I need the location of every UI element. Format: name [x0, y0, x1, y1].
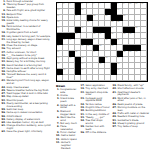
- cell-number: 61: [81, 69, 83, 71]
- cell-number: 49: [129, 51, 131, 53]
- down-clues-column-1: Down 1.Congressional aide2.Aroma3.Grand-…: [56, 85, 77, 150]
- down-clues-column-2: 17.Salon application19.Tiny army marcher…: [80, 85, 110, 136]
- cell-number: 5: [87, 3, 88, 5]
- cell-number: 27: [111, 27, 113, 29]
- cell-number: 7: [99, 3, 100, 5]
- cell-number: 44: [111, 45, 113, 47]
- cell-number: 15: [117, 9, 119, 11]
- cell-number: 33: [123, 33, 125, 35]
- down-clues-column-3: 39.Dress fancily, with "up"40.Short afte…: [112, 85, 149, 129]
- cell-number: 62: [117, 69, 119, 71]
- cell-number: 25: [57, 27, 59, 29]
- cell-number: 60: [63, 69, 65, 71]
- cell-number: 22: [87, 21, 89, 23]
- cell-number: 37: [93, 39, 95, 41]
- across-clues-column: 1.Runs through a blender4."Dancing Queen…: [1, 1, 53, 135]
- cell-number: 45: [57, 51, 59, 53]
- crossword-grid: 1234567891011121314151617181920212223242…: [56, 2, 148, 82]
- cell-number: 32: [111, 33, 113, 35]
- cell-number: 42: [87, 45, 89, 47]
- cell-number: 6: [93, 3, 94, 5]
- cell-number: 39: [117, 39, 119, 41]
- grid-cell[interactable]: [141, 75, 147, 81]
- cell-number: 29: [75, 33, 77, 35]
- cell-number: 54: [105, 57, 107, 59]
- cell-number: 43: [99, 45, 101, 47]
- cell-number: 12: [141, 3, 143, 5]
- cell-number: 20: [123, 15, 125, 17]
- cell-number: 16: [57, 15, 59, 17]
- cell-number: 35: [63, 39, 65, 41]
- cell-number: 2: [63, 3, 64, 5]
- cell-number: 56: [57, 63, 59, 65]
- cell-number: 10: [129, 3, 131, 5]
- cell-number: 26: [81, 27, 83, 29]
- cell-number: 38: [105, 39, 107, 41]
- cell-number: 23: [111, 21, 113, 23]
- cell-number: 1: [57, 3, 58, 5]
- cell-number: 59: [117, 63, 119, 65]
- clue: 57.Tiny taste of soup: [112, 126, 149, 129]
- cell-number: 21: [57, 21, 59, 23]
- cell-number: 55: [117, 57, 119, 59]
- cell-number: 53: [81, 57, 83, 59]
- clue-text: Tiny taste of soup: [117, 126, 149, 129]
- cell-number: 3: [69, 3, 70, 5]
- cell-number: 19: [105, 15, 107, 17]
- cell-number: 9: [123, 3, 124, 5]
- clue-text: Gave the green light, informally: [6, 131, 53, 134]
- cell-number: 36: [69, 39, 71, 41]
- clue-text: Homer's neighbor Flanders: [61, 142, 77, 150]
- cell-number: 34: [129, 33, 131, 35]
- cell-number: 14: [81, 9, 83, 11]
- cell-number: 58: [99, 63, 101, 65]
- cell-number: 47: [93, 51, 95, 53]
- cell-number: 4: [81, 3, 82, 5]
- cell-number: 50: [135, 51, 137, 53]
- cell-number: 57: [81, 63, 83, 65]
- cell-number: 11: [135, 3, 137, 5]
- cell-number: 30: [93, 33, 95, 35]
- clue-text: Off in the distance: [85, 132, 110, 135]
- cell-number: 52: [69, 57, 71, 59]
- cell-number: 40: [57, 45, 59, 47]
- cell-number: 31: [99, 33, 101, 35]
- cell-number: 63: [57, 75, 59, 77]
- cell-number: 24: [117, 21, 119, 23]
- cell-number: 13: [57, 9, 59, 11]
- cell-number: 8: [117, 3, 118, 5]
- clue: 62.Gave the green light, informally: [1, 131, 53, 134]
- cell-number: 18: [93, 15, 95, 17]
- cell-number: 41: [81, 45, 83, 47]
- cell-number: 17: [75, 15, 77, 17]
- clue: 12.Homer's neighbor Flanders: [56, 142, 77, 150]
- cell-number: 48: [123, 51, 125, 53]
- cell-number: 28: [135, 27, 137, 29]
- clue: 36.Off in the distance: [80, 132, 110, 135]
- cell-number: 46: [75, 51, 77, 53]
- cell-number: 51: [57, 57, 59, 59]
- crossword-page: 1.Runs through a blender4."Dancing Queen…: [0, 0, 150, 150]
